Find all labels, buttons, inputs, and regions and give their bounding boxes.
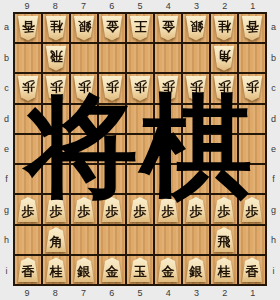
shogi-app: 987654321 987654321 abcdefghi abcdefghi … bbox=[0, 0, 280, 300]
square-7e[interactable] bbox=[71, 135, 97, 163]
square-7c[interactable]: 歩 bbox=[71, 74, 97, 102]
koma-kanji: 歩 bbox=[50, 80, 63, 93]
koma-kanji: 歩 bbox=[190, 205, 203, 218]
square-7g[interactable]: 歩 bbox=[71, 195, 97, 223]
square-1b[interactable] bbox=[239, 44, 265, 72]
koma-kanji: 王 bbox=[134, 20, 147, 33]
square-4d[interactable] bbox=[155, 105, 181, 133]
square-4i[interactable]: 金 bbox=[155, 256, 181, 284]
piece-銀-gote[interactable]: 銀 bbox=[73, 16, 95, 41]
koma-kanji: 歩 bbox=[246, 205, 259, 218]
piece-角-sente[interactable]: 角 bbox=[45, 227, 67, 252]
koma-body: 歩 bbox=[129, 197, 151, 222]
square-5b[interactable] bbox=[127, 44, 153, 72]
square-3f[interactable] bbox=[183, 165, 209, 193]
square-5c[interactable]: 歩 bbox=[127, 74, 153, 102]
square-1f[interactable] bbox=[239, 165, 265, 193]
koma-kanji: 歩 bbox=[246, 80, 259, 93]
square-6d[interactable] bbox=[99, 105, 125, 133]
square-6b[interactable] bbox=[99, 44, 125, 72]
koma-kanji: 歩 bbox=[162, 80, 175, 93]
koma-kanji: 歩 bbox=[162, 205, 175, 218]
square-1i[interactable]: 香 bbox=[239, 256, 265, 284]
koma-body: 桂 bbox=[45, 16, 67, 41]
file-label-1: 1 bbox=[239, 0, 267, 12]
square-2e[interactable] bbox=[211, 135, 237, 163]
file-label-2: 2 bbox=[211, 0, 239, 12]
piece-歩-gote[interactable]: 歩 bbox=[45, 76, 67, 101]
rank-label-a: a bbox=[0, 12, 13, 42]
koma-body: 金 bbox=[157, 16, 179, 41]
square-1a[interactable]: 香 bbox=[239, 14, 265, 42]
rank-label-e: e bbox=[0, 134, 13, 164]
square-5a[interactable]: 王 bbox=[127, 14, 153, 42]
square-2a[interactable]: 桂 bbox=[211, 14, 237, 42]
koma-kanji: 歩 bbox=[190, 80, 203, 93]
rank-label-g: g bbox=[0, 195, 13, 225]
square-3d[interactable] bbox=[183, 105, 209, 133]
rank-labels-right: abcdefghi bbox=[267, 12, 280, 286]
square-8e[interactable] bbox=[43, 135, 69, 163]
square-8a[interactable]: 桂 bbox=[43, 14, 69, 42]
file-label-3: 3 bbox=[182, 287, 210, 300]
koma-kanji: 歩 bbox=[78, 205, 91, 218]
koma-kanji: 香 bbox=[22, 265, 35, 278]
koma-kanji: 歩 bbox=[78, 80, 91, 93]
koma-kanji: 歩 bbox=[106, 80, 119, 93]
square-2d[interactable] bbox=[211, 105, 237, 133]
piece-桂-sente[interactable]: 桂 bbox=[213, 257, 235, 282]
koma-kanji: 金 bbox=[162, 265, 175, 278]
koma-body: 銀 bbox=[185, 16, 207, 41]
koma-body: 角 bbox=[213, 46, 235, 71]
koma-kanji: 玉 bbox=[134, 265, 147, 278]
square-5f[interactable] bbox=[127, 165, 153, 193]
piece-歩-sente[interactable]: 歩 bbox=[213, 197, 235, 222]
square-3c[interactable]: 歩 bbox=[183, 74, 209, 102]
koma-kanji: 香 bbox=[22, 20, 35, 33]
koma-kanji: 飛 bbox=[218, 235, 231, 248]
koma-kanji: 飛 bbox=[50, 50, 63, 63]
koma-body: 歩 bbox=[45, 76, 67, 101]
koma-kanji: 金 bbox=[106, 20, 119, 33]
piece-王-gote[interactable]: 王 bbox=[129, 16, 151, 41]
file-label-9: 9 bbox=[13, 287, 41, 300]
piece-歩-sente[interactable]: 歩 bbox=[185, 197, 207, 222]
piece-歩-gote[interactable]: 歩 bbox=[185, 76, 207, 101]
file-label-3: 3 bbox=[182, 0, 210, 12]
square-8f[interactable] bbox=[43, 165, 69, 193]
rank-label-h: h bbox=[0, 225, 13, 255]
koma-body: 桂 bbox=[213, 257, 235, 282]
square-8b[interactable]: 飛 bbox=[43, 44, 69, 72]
square-6f[interactable] bbox=[99, 165, 125, 193]
file-label-8: 8 bbox=[41, 0, 69, 12]
koma-kanji: 歩 bbox=[218, 205, 231, 218]
piece-金-gote[interactable]: 金 bbox=[157, 16, 179, 41]
piece-玉-sente[interactable]: 玉 bbox=[129, 257, 151, 282]
koma-kanji: 歩 bbox=[218, 80, 231, 93]
square-3g[interactable]: 歩 bbox=[183, 195, 209, 223]
piece-歩-gote[interactable]: 歩 bbox=[73, 76, 95, 101]
koma-kanji: 角 bbox=[50, 235, 63, 248]
piece-歩-gote[interactable]: 歩 bbox=[213, 76, 235, 101]
rank-label-b: b bbox=[267, 42, 280, 72]
koma-kanji: 桂 bbox=[50, 265, 63, 278]
piece-桂-sente[interactable]: 桂 bbox=[45, 257, 67, 282]
piece-銀-gote[interactable]: 銀 bbox=[185, 16, 207, 41]
square-2b[interactable]: 角 bbox=[211, 44, 237, 72]
file-label-6: 6 bbox=[98, 287, 126, 300]
koma-kanji: 桂 bbox=[218, 20, 231, 33]
piece-香-gote[interactable]: 香 bbox=[17, 16, 39, 41]
square-2f[interactable] bbox=[211, 165, 237, 193]
square-7h[interactable] bbox=[71, 226, 97, 254]
koma-kanji: 金 bbox=[106, 265, 119, 278]
square-9a[interactable]: 香 bbox=[15, 14, 41, 42]
koma-body: 歩 bbox=[213, 76, 235, 101]
koma-body: 王 bbox=[129, 16, 151, 41]
rank-label-f: f bbox=[0, 164, 13, 194]
koma-body: 飛 bbox=[213, 227, 235, 252]
koma-body: 歩 bbox=[45, 197, 67, 222]
koma-body: 桂 bbox=[213, 16, 235, 41]
square-7f[interactable] bbox=[71, 165, 97, 193]
piece-飛-sente[interactable]: 飛 bbox=[213, 227, 235, 252]
square-7d[interactable] bbox=[71, 105, 97, 133]
square-9d[interactable] bbox=[15, 105, 41, 133]
piece-金-gote[interactable]: 金 bbox=[101, 16, 123, 41]
square-5i[interactable]: 玉 bbox=[127, 256, 153, 284]
koma-body: 歩 bbox=[17, 197, 39, 222]
square-9i[interactable]: 香 bbox=[15, 256, 41, 284]
koma-kanji: 歩 bbox=[134, 205, 147, 218]
koma-body: 銀 bbox=[73, 16, 95, 41]
piece-金-sente[interactable]: 金 bbox=[157, 257, 179, 282]
file-label-6: 6 bbox=[98, 0, 126, 12]
piece-香-sente[interactable]: 香 bbox=[241, 257, 263, 282]
square-3e[interactable] bbox=[183, 135, 209, 163]
square-4c[interactable]: 歩 bbox=[155, 74, 181, 102]
file-labels-top: 987654321 bbox=[13, 0, 267, 12]
square-8c[interactable]: 歩 bbox=[43, 74, 69, 102]
square-9g[interactable]: 歩 bbox=[15, 195, 41, 223]
square-1c[interactable]: 歩 bbox=[239, 74, 265, 102]
koma-body: 金 bbox=[101, 257, 123, 282]
file-label-4: 4 bbox=[154, 0, 182, 12]
koma-body: 歩 bbox=[17, 76, 39, 101]
piece-桂-gote[interactable]: 桂 bbox=[213, 16, 235, 41]
piece-歩-gote[interactable]: 歩 bbox=[241, 76, 263, 101]
file-label-2: 2 bbox=[211, 287, 239, 300]
koma-body: 金 bbox=[101, 16, 123, 41]
piece-歩-sente[interactable]: 歩 bbox=[45, 197, 67, 222]
square-5d[interactable] bbox=[127, 105, 153, 133]
square-3h[interactable] bbox=[183, 226, 209, 254]
koma-kanji: 香 bbox=[246, 265, 259, 278]
square-1d[interactable] bbox=[239, 105, 265, 133]
square-9h[interactable] bbox=[15, 226, 41, 254]
rank-label-i: i bbox=[0, 256, 13, 286]
square-2i[interactable]: 桂 bbox=[211, 256, 237, 284]
square-1h[interactable] bbox=[239, 226, 265, 254]
koma-body: 香 bbox=[17, 16, 39, 41]
piece-香-gote[interactable]: 香 bbox=[241, 16, 263, 41]
piece-金-sente[interactable]: 金 bbox=[101, 257, 123, 282]
square-9e[interactable] bbox=[15, 135, 41, 163]
piece-歩-sente[interactable]: 歩 bbox=[129, 197, 151, 222]
square-6a[interactable]: 金 bbox=[99, 14, 125, 42]
piece-歩-gote[interactable]: 歩 bbox=[157, 76, 179, 101]
koma-body: 金 bbox=[157, 257, 179, 282]
koma-body: 歩 bbox=[241, 197, 263, 222]
piece-歩-sente[interactable]: 歩 bbox=[101, 197, 123, 222]
square-9f[interactable] bbox=[15, 165, 41, 193]
file-label-7: 7 bbox=[69, 0, 97, 12]
koma-body: 歩 bbox=[73, 197, 95, 222]
koma-body: 歩 bbox=[101, 197, 123, 222]
koma-kanji: 角 bbox=[218, 50, 231, 63]
koma-kanji: 歩 bbox=[22, 205, 35, 218]
square-4e[interactable] bbox=[155, 135, 181, 163]
rank-label-d: d bbox=[267, 103, 280, 133]
rank-labels-left: abcdefghi bbox=[0, 12, 13, 286]
rank-label-b: b bbox=[0, 42, 13, 72]
shogi-board: 香桂銀金王金銀桂香飛角歩歩歩歩歩歩歩歩歩歩歩歩歩歩歩歩歩歩角飛香桂銀金玉金銀桂香 bbox=[13, 12, 267, 286]
square-6e[interactable] bbox=[99, 135, 125, 163]
square-2g[interactable]: 歩 bbox=[211, 195, 237, 223]
koma-kanji: 香 bbox=[246, 20, 259, 33]
square-2h[interactable]: 飛 bbox=[211, 226, 237, 254]
koma-kanji: 桂 bbox=[50, 20, 63, 33]
koma-body: 銀 bbox=[73, 257, 95, 282]
square-8d[interactable] bbox=[43, 105, 69, 133]
koma-body: 香 bbox=[241, 257, 263, 282]
file-label-4: 4 bbox=[154, 287, 182, 300]
square-9b[interactable] bbox=[15, 44, 41, 72]
koma-kanji: 歩 bbox=[134, 80, 147, 93]
square-9c[interactable]: 歩 bbox=[15, 74, 41, 102]
piece-歩-sente[interactable]: 歩 bbox=[241, 197, 263, 222]
rank-label-i: i bbox=[267, 256, 280, 286]
koma-body: 歩 bbox=[101, 76, 123, 101]
file-label-9: 9 bbox=[13, 0, 41, 12]
rank-label-h: h bbox=[267, 225, 280, 255]
file-label-7: 7 bbox=[69, 287, 97, 300]
koma-body: 歩 bbox=[185, 76, 207, 101]
koma-body: 歩 bbox=[73, 76, 95, 101]
koma-body: 角 bbox=[45, 227, 67, 252]
file-label-5: 5 bbox=[126, 287, 154, 300]
square-4a[interactable]: 金 bbox=[155, 14, 181, 42]
koma-kanji: 銀 bbox=[78, 20, 91, 33]
rank-label-d: d bbox=[0, 103, 13, 133]
koma-kanji: 歩 bbox=[22, 80, 35, 93]
file-label-1: 1 bbox=[239, 287, 267, 300]
file-label-8: 8 bbox=[41, 287, 69, 300]
koma-kanji: 歩 bbox=[50, 205, 63, 218]
square-4f[interactable] bbox=[155, 165, 181, 193]
square-5h[interactable] bbox=[127, 226, 153, 254]
koma-body: 銀 bbox=[185, 257, 207, 282]
piece-歩-gote[interactable]: 歩 bbox=[101, 76, 123, 101]
piece-歩-gote[interactable]: 歩 bbox=[129, 76, 151, 101]
square-8i[interactable]: 桂 bbox=[43, 256, 69, 284]
file-labels-bottom: 987654321 bbox=[13, 287, 267, 300]
rank-label-g: g bbox=[267, 195, 280, 225]
piece-銀-sente[interactable]: 銀 bbox=[185, 257, 207, 282]
koma-body: 歩 bbox=[185, 197, 207, 222]
square-6i[interactable]: 金 bbox=[99, 256, 125, 284]
square-4b[interactable] bbox=[155, 44, 181, 72]
rank-label-c: c bbox=[267, 73, 280, 103]
koma-kanji: 銀 bbox=[190, 20, 203, 33]
square-1e[interactable] bbox=[239, 135, 265, 163]
file-label-5: 5 bbox=[126, 0, 154, 12]
piece-桂-gote[interactable]: 桂 bbox=[45, 16, 67, 41]
square-6h[interactable] bbox=[99, 226, 125, 254]
piece-歩-sente[interactable]: 歩 bbox=[17, 197, 39, 222]
koma-body: 桂 bbox=[45, 257, 67, 282]
rank-label-e: e bbox=[267, 134, 280, 164]
koma-body: 歩 bbox=[157, 76, 179, 101]
square-8g[interactable]: 歩 bbox=[43, 195, 69, 223]
piece-香-sente[interactable]: 香 bbox=[17, 257, 39, 282]
square-3b[interactable] bbox=[183, 44, 209, 72]
piece-角-gote[interactable]: 角 bbox=[213, 46, 235, 71]
square-7a[interactable]: 銀 bbox=[71, 14, 97, 42]
square-3i[interactable]: 銀 bbox=[183, 256, 209, 284]
square-2c[interactable]: 歩 bbox=[211, 74, 237, 102]
square-5g[interactable]: 歩 bbox=[127, 195, 153, 223]
rank-label-f: f bbox=[267, 164, 280, 194]
square-6c[interactable]: 歩 bbox=[99, 74, 125, 102]
koma-kanji: 金 bbox=[162, 20, 175, 33]
koma-body: 飛 bbox=[45, 46, 67, 71]
square-3a[interactable]: 銀 bbox=[183, 14, 209, 42]
piece-銀-sente[interactable]: 銀 bbox=[73, 257, 95, 282]
square-4g[interactable]: 歩 bbox=[155, 195, 181, 223]
piece-歩-sente[interactable]: 歩 bbox=[73, 197, 95, 222]
rank-label-c: c bbox=[0, 73, 13, 103]
piece-歩-sente[interactable]: 歩 bbox=[157, 197, 179, 222]
koma-body: 香 bbox=[17, 257, 39, 282]
koma-kanji: 桂 bbox=[218, 265, 231, 278]
koma-kanji: 銀 bbox=[78, 265, 91, 278]
koma-kanji: 銀 bbox=[190, 265, 203, 278]
square-1g[interactable]: 歩 bbox=[239, 195, 265, 223]
square-8h[interactable]: 角 bbox=[43, 226, 69, 254]
koma-body: 歩 bbox=[213, 197, 235, 222]
koma-body: 歩 bbox=[129, 76, 151, 101]
square-7i[interactable]: 銀 bbox=[71, 256, 97, 284]
square-4h[interactable] bbox=[155, 226, 181, 254]
koma-body: 香 bbox=[241, 16, 263, 41]
rank-label-a: a bbox=[267, 12, 280, 42]
koma-body: 歩 bbox=[241, 76, 263, 101]
square-5e[interactable] bbox=[127, 135, 153, 163]
piece-歩-gote[interactable]: 歩 bbox=[17, 76, 39, 101]
piece-飛-gote[interactable]: 飛 bbox=[45, 46, 67, 71]
koma-kanji: 歩 bbox=[106, 205, 119, 218]
koma-body: 玉 bbox=[129, 257, 151, 282]
square-7b[interactable] bbox=[71, 44, 97, 72]
square-6g[interactable]: 歩 bbox=[99, 195, 125, 223]
koma-body: 歩 bbox=[157, 197, 179, 222]
